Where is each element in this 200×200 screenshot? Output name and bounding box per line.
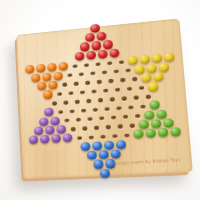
peg-orange[interactable] [25,65,35,74]
empty-hole[interactable] [74,100,79,104]
peg-purple[interactable] [51,134,62,143]
board-cell [39,135,51,145]
empty-hole[interactable] [133,95,138,99]
empty-hole[interactable] [108,79,113,83]
empty-hole[interactable] [70,127,75,131]
empty-hole[interactable] [112,134,117,138]
peg-purple[interactable] [28,135,38,144]
empty-hole[interactable] [85,81,90,85]
empty-hole[interactable] [145,94,150,98]
peg-yellow[interactable] [127,56,138,66]
peg-red[interactable] [97,49,108,59]
board-cell [99,169,112,179]
empty-hole[interactable] [96,80,101,84]
empty-hole[interactable] [86,99,91,103]
empty-hole[interactable] [129,124,134,128]
empty-hole[interactable] [107,61,112,65]
empty-hole[interactable] [114,88,119,92]
peg-yellow[interactable] [134,64,145,74]
peg-yellow[interactable] [147,82,159,92]
empty-hole[interactable] [134,114,139,118]
peg-orange[interactable] [58,62,68,71]
empty-hole[interactable] [113,69,118,73]
peg-red[interactable] [102,40,113,50]
peg-blue[interactable] [80,142,91,152]
board-cell [147,82,160,92]
empty-hole[interactable] [72,64,77,68]
peg-blue[interactable] [86,150,97,160]
peg-blue[interactable] [115,140,126,150]
peg-orange[interactable] [42,72,52,81]
empty-hole[interactable] [92,107,97,111]
empty-hole[interactable] [121,96,126,100]
product-photo-scene: Lovingly made by Bigjigs Toys [0,0,200,200]
peg-yellow[interactable] [151,53,162,63]
empty-hole[interactable] [83,63,88,67]
peg-green[interactable] [145,129,157,139]
peg-green[interactable] [149,100,161,110]
peg-red[interactable] [109,48,120,58]
peg-orange[interactable] [53,71,63,80]
peg-yellow[interactable] [139,55,150,65]
peg-green[interactable] [157,128,169,138]
peg-blue[interactable] [110,149,121,159]
peg-green[interactable] [143,110,155,120]
peg-yellow[interactable] [163,52,175,62]
peg-red[interactable] [91,41,102,51]
peg-purple[interactable] [50,116,61,125]
empty-hole[interactable] [88,135,93,139]
empty-hole[interactable] [64,118,69,122]
peg-red[interactable] [86,50,97,60]
empty-hole[interactable] [78,72,83,76]
peg-green[interactable] [170,127,182,137]
empty-hole[interactable] [132,77,137,81]
peg-purple[interactable] [33,126,43,135]
peg-blue[interactable] [103,140,114,150]
peg-orange[interactable] [31,73,41,82]
empty-hole[interactable] [77,136,82,140]
empty-hole[interactable] [105,125,110,129]
board-cell [120,130,133,140]
peg-green[interactable] [133,129,144,139]
board-cell [169,127,182,137]
empty-hole[interactable] [79,90,84,94]
empty-hole[interactable] [67,73,72,77]
peg-orange[interactable] [36,64,46,73]
peg-blue[interactable] [93,160,104,170]
empty-hole[interactable] [122,115,127,119]
peg-orange[interactable] [48,80,58,89]
empty-hole[interactable] [69,109,74,113]
peg-blue[interactable] [98,150,109,160]
empty-hole[interactable] [91,89,96,93]
empty-hole[interactable] [128,105,133,109]
peg-green[interactable] [156,109,168,119]
peg-orange[interactable] [43,90,53,99]
peg-yellow[interactable] [146,63,157,73]
empty-hole[interactable] [138,86,143,90]
board-cell [62,134,74,144]
peg-green[interactable] [163,118,175,128]
empty-hole[interactable] [52,101,57,105]
peg-purple[interactable] [56,125,67,134]
empty-hole[interactable] [62,83,67,87]
board-cell [115,140,128,150]
empty-hole[interactable] [116,106,121,110]
empty-hole[interactable] [97,98,102,102]
peg-red[interactable] [79,42,90,52]
empty-hole[interactable] [126,87,131,91]
board-cell [152,72,165,82]
empty-hole[interactable] [73,82,78,86]
empty-hole[interactable] [95,62,100,66]
empty-hole[interactable] [117,124,122,128]
chinese-checkers-board: Lovingly made by Bigjigs Toys [16,18,193,178]
peg-blue[interactable] [99,169,110,179]
empty-hole[interactable] [57,92,62,96]
peg-yellow[interactable] [158,62,170,72]
empty-hole[interactable] [109,97,114,101]
peg-orange[interactable] [47,63,57,72]
empty-hole[interactable] [99,116,104,120]
empty-hole[interactable] [90,71,95,75]
board-cell [157,128,170,138]
empty-hole[interactable] [140,104,145,108]
empty-hole[interactable] [58,110,63,114]
board-cell [157,62,170,72]
peg-green[interactable] [150,119,162,129]
empty-hole[interactable] [124,133,129,137]
empty-hole[interactable] [118,60,123,64]
peg-purple[interactable] [39,117,49,126]
board-cell [132,130,145,140]
board-cell [109,150,122,160]
empty-hole[interactable] [93,126,98,130]
board-cell [28,136,40,146]
star-hole-grid [22,16,185,181]
empty-hole[interactable] [87,117,92,121]
empty-hole[interactable] [103,88,108,92]
peg-purple[interactable] [62,133,73,142]
empty-hole[interactable] [104,107,109,111]
empty-hole[interactable] [63,100,68,104]
peg-purple[interactable] [40,135,50,144]
empty-hole[interactable] [68,91,73,95]
empty-hole[interactable] [75,118,80,122]
empty-hole[interactable] [110,115,115,119]
peg-red[interactable] [74,51,85,61]
board-cell [144,129,157,139]
board-row-17 [99,169,112,179]
empty-hole[interactable] [101,70,106,74]
empty-hole[interactable] [100,135,105,139]
empty-hole[interactable] [82,126,87,130]
empty-hole[interactable] [125,68,130,72]
peg-yellow[interactable] [153,72,165,82]
empty-hole[interactable] [81,108,86,112]
empty-hole[interactable] [120,78,125,82]
peg-blue[interactable] [92,141,103,151]
peg-purple[interactable] [44,107,54,116]
board-cell [50,134,62,144]
peg-green[interactable] [138,120,149,130]
peg-purple[interactable] [45,125,55,134]
